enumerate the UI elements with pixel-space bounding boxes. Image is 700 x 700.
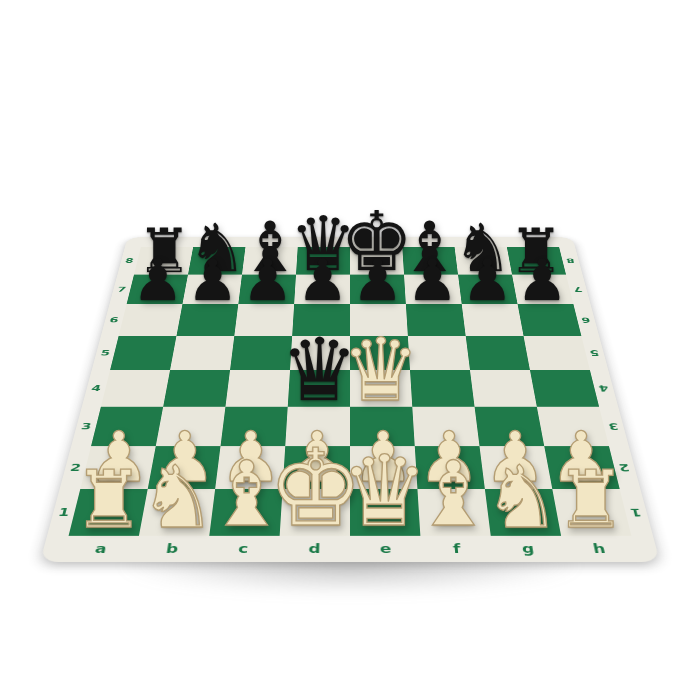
chess-set-photo: 8877665544332211abcdefgh ♜♞♝♛♚♝♞♜♟♟♟♟♟♟♟… <box>0 0 700 700</box>
rank-label-left-1-text: 1 <box>57 506 71 518</box>
square-h4[interactable] <box>530 370 599 407</box>
piece-b7-black-pawn[interactable]: ♟ <box>187 252 239 310</box>
rank-label-left-5-text: 5 <box>100 348 111 357</box>
square-a4[interactable] <box>101 370 170 407</box>
piece-g7-black-pawn[interactable]: ♟ <box>461 252 513 310</box>
rank-label-right-1-text: 1 <box>629 506 643 518</box>
piece-g1-white-knight[interactable]: ♞ <box>484 453 561 539</box>
square-g4[interactable] <box>470 370 537 407</box>
square-h5[interactable] <box>524 336 590 370</box>
square-b4[interactable] <box>163 370 230 407</box>
rank-label-left-7-text: 7 <box>117 285 128 293</box>
piece-e7-black-pawn[interactable]: ♟ <box>352 252 404 310</box>
piece-f1-white-bishop[interactable]: ♝ <box>413 450 493 540</box>
rank-label-left-4-text: 4 <box>90 383 102 393</box>
piece-a7-black-pawn[interactable]: ♟ <box>132 252 184 310</box>
piece-b1-white-knight[interactable]: ♞ <box>139 453 216 539</box>
piece-f7-black-pawn[interactable]: ♟ <box>407 252 459 310</box>
rank-label-right-5-text: 5 <box>589 348 600 357</box>
rank-label-right-7-text: 7 <box>573 285 584 293</box>
square-f4[interactable] <box>410 370 475 407</box>
square-g5[interactable] <box>466 336 530 370</box>
piece-e4-white-queen[interactable]: ♛ <box>342 326 420 413</box>
piece-h1-white-rook[interactable]: ♜ <box>556 459 627 538</box>
rank-label-left-6-text: 6 <box>108 316 119 324</box>
rank-label-right-6-text: 6 <box>581 316 592 324</box>
piece-c7-black-pawn[interactable]: ♟ <box>242 252 294 310</box>
square-b5[interactable] <box>170 336 234 370</box>
square-a5[interactable] <box>110 336 176 370</box>
piece-h7-black-pawn[interactable]: ♟ <box>516 252 568 310</box>
piece-d7-black-pawn[interactable]: ♟ <box>297 252 349 310</box>
piece-a1-white-rook[interactable]: ♜ <box>74 459 145 538</box>
rank-label-right-4-text: 4 <box>598 383 610 393</box>
